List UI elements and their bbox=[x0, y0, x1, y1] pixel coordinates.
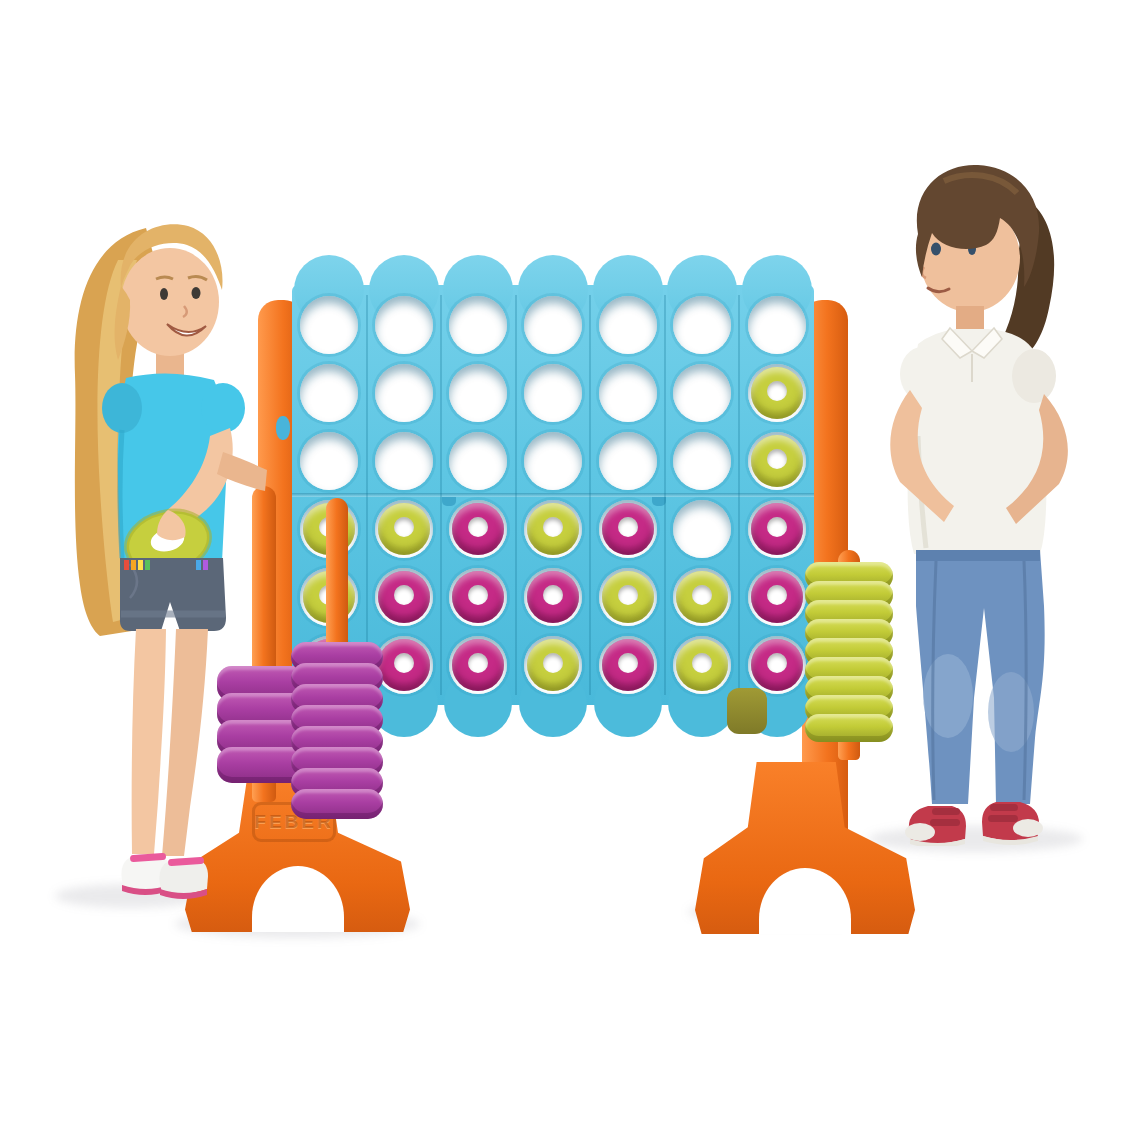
cell-r4-c7 bbox=[739, 495, 814, 563]
magenta-disc bbox=[527, 571, 579, 623]
yellow-disc bbox=[602, 571, 654, 623]
yellow-spare-disc bbox=[805, 714, 893, 742]
hole bbox=[375, 636, 433, 694]
magenta-disc bbox=[602, 639, 654, 691]
hole bbox=[524, 568, 582, 626]
cell-r5-c5 bbox=[590, 563, 665, 631]
cell-r5-c3 bbox=[441, 563, 516, 631]
cell-r2-c6 bbox=[665, 359, 740, 427]
yellow-disc bbox=[527, 503, 579, 555]
cell-r1-c7 bbox=[739, 291, 814, 359]
column-divider bbox=[440, 295, 442, 695]
column-divider bbox=[589, 295, 591, 695]
hole bbox=[449, 500, 507, 558]
hole bbox=[748, 296, 806, 354]
cell-r3-c6 bbox=[665, 427, 740, 495]
purple-spare-disc bbox=[291, 789, 383, 819]
hole bbox=[673, 296, 731, 354]
center-seam bbox=[292, 493, 814, 497]
cell-r5-c6 bbox=[665, 563, 740, 631]
hole bbox=[375, 364, 433, 422]
yellow-disc bbox=[751, 435, 803, 487]
foot-arch bbox=[759, 868, 851, 948]
hole bbox=[599, 500, 657, 558]
boy-red-sneakers bbox=[905, 802, 1043, 846]
seam-clip bbox=[442, 497, 456, 506]
hole bbox=[673, 500, 731, 558]
hole bbox=[375, 432, 433, 490]
hole bbox=[748, 568, 806, 626]
cell-r2-c1 bbox=[292, 359, 367, 427]
girl-eye bbox=[192, 287, 201, 299]
cell-r1-c4 bbox=[516, 291, 591, 359]
cell-r6-c5 bbox=[590, 631, 665, 699]
cell-r6-c4 bbox=[516, 631, 591, 699]
girl-eye bbox=[160, 288, 168, 300]
girl-mary-jane-shoes bbox=[121, 853, 208, 899]
spare-stack-right bbox=[805, 562, 893, 742]
magenta-disc bbox=[751, 503, 803, 555]
hole bbox=[524, 432, 582, 490]
hole bbox=[449, 636, 507, 694]
magenta-disc bbox=[751, 639, 803, 691]
cell-r1-c6 bbox=[665, 291, 740, 359]
magenta-disc bbox=[452, 503, 504, 555]
hole bbox=[300, 364, 358, 422]
cell-r2-c5 bbox=[590, 359, 665, 427]
cell-r2-c2 bbox=[367, 359, 442, 427]
product-photo-scene: FEBER bbox=[0, 0, 1145, 1145]
hole bbox=[748, 432, 806, 490]
hole bbox=[300, 432, 358, 490]
yellow-disc bbox=[378, 503, 430, 555]
post-clip bbox=[276, 416, 290, 440]
hole bbox=[300, 296, 358, 354]
cell-r6-c3 bbox=[441, 631, 516, 699]
magenta-disc bbox=[378, 571, 430, 623]
cell-r3-c5 bbox=[590, 427, 665, 495]
magenta-disc bbox=[452, 571, 504, 623]
yellow-disc bbox=[676, 639, 728, 691]
hole bbox=[599, 568, 657, 626]
cell-r2-c4 bbox=[516, 359, 591, 427]
hole bbox=[673, 432, 731, 490]
cell-r4-c4 bbox=[516, 495, 591, 563]
cell-r2-c7 bbox=[739, 359, 814, 427]
cell-r1-c3 bbox=[441, 291, 516, 359]
column-divider bbox=[515, 295, 517, 695]
cell-r4-c2 bbox=[367, 495, 442, 563]
yellow-disc bbox=[527, 639, 579, 691]
shadowed-spare-disc bbox=[727, 688, 767, 734]
cell-r6-c6 bbox=[665, 631, 740, 699]
yellow-disc bbox=[751, 367, 803, 419]
boy-polo-shirt bbox=[900, 328, 1056, 554]
hole bbox=[375, 500, 433, 558]
spare-stack-left-rear bbox=[291, 642, 383, 819]
hole bbox=[524, 500, 582, 558]
hole bbox=[375, 568, 433, 626]
hole bbox=[673, 364, 731, 422]
cell-r5-c4 bbox=[516, 563, 591, 631]
hole bbox=[599, 364, 657, 422]
hole bbox=[449, 568, 507, 626]
hole bbox=[748, 364, 806, 422]
magenta-disc bbox=[751, 571, 803, 623]
cell-r1-c5 bbox=[590, 291, 665, 359]
girl-player-illustration bbox=[18, 190, 268, 910]
girl-legs bbox=[132, 629, 208, 856]
magenta-disc bbox=[378, 639, 430, 691]
hole bbox=[748, 500, 806, 558]
cell-r4-c6 bbox=[665, 495, 740, 563]
column-divider bbox=[738, 295, 740, 695]
hole bbox=[449, 432, 507, 490]
cell-r3-c1 bbox=[292, 427, 367, 495]
magenta-disc bbox=[602, 503, 654, 555]
column-divider bbox=[366, 295, 368, 695]
cell-r3-c4 bbox=[516, 427, 591, 495]
cell-r2-c3 bbox=[441, 359, 516, 427]
hole bbox=[673, 636, 731, 694]
boy-eye bbox=[931, 243, 941, 256]
hole bbox=[524, 296, 582, 354]
magenta-disc bbox=[452, 639, 504, 691]
cell-r5-c7 bbox=[739, 563, 814, 631]
hole bbox=[449, 296, 507, 354]
hole bbox=[524, 364, 582, 422]
hole bbox=[449, 364, 507, 422]
boy-jeans bbox=[916, 550, 1045, 804]
girl-face bbox=[121, 248, 219, 356]
cell-r5-c2 bbox=[367, 563, 442, 631]
hole bbox=[673, 568, 731, 626]
cell-r3-c7 bbox=[739, 427, 814, 495]
hole bbox=[599, 432, 657, 490]
cell-r1-c1 bbox=[292, 291, 367, 359]
cell-r3-c3 bbox=[441, 427, 516, 495]
hole bbox=[748, 636, 806, 694]
cell-r1-c2 bbox=[367, 291, 442, 359]
girl-denim-shorts bbox=[120, 558, 226, 631]
hole bbox=[599, 296, 657, 354]
hole bbox=[599, 636, 657, 694]
hole bbox=[375, 296, 433, 354]
hole bbox=[524, 636, 582, 694]
yellow-disc bbox=[676, 571, 728, 623]
column-divider bbox=[664, 295, 666, 695]
cell-r3-c2 bbox=[367, 427, 442, 495]
